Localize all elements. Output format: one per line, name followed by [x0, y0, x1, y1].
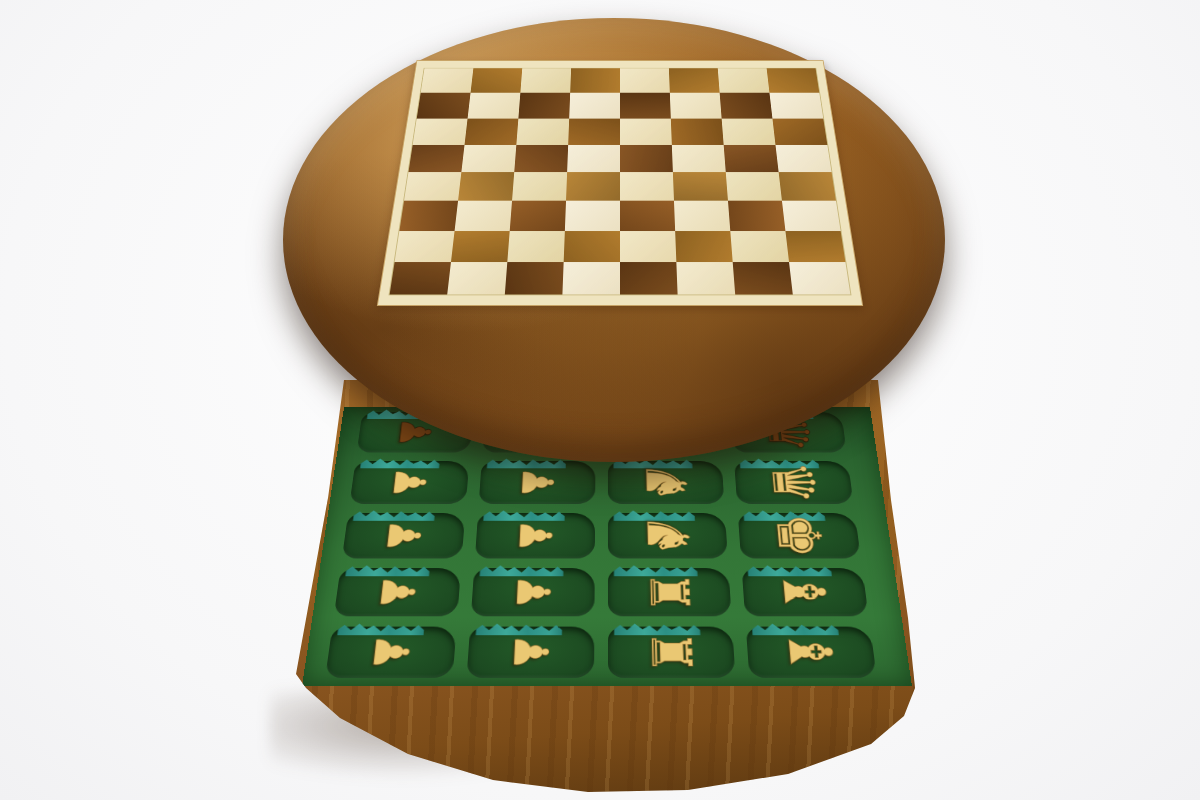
square-a5[interactable] [408, 145, 464, 173]
square-d1[interactable] [562, 262, 620, 295]
square-h5[interactable] [775, 145, 831, 173]
white-bishop-piece[interactable]: ♝ [779, 628, 843, 676]
piece-slot-r5c1: ♟ [325, 627, 456, 678]
piece-slot-r4c3: ♜ [608, 568, 732, 616]
white-bishop-piece[interactable]: ♝ [774, 570, 836, 615]
piece-slot-r3c3: ♞ [608, 513, 728, 558]
square-a6[interactable] [413, 118, 468, 144]
chess-board [390, 68, 851, 294]
square-d8[interactable] [570, 68, 620, 92]
square-c4[interactable] [512, 172, 567, 201]
piece-slot-r4c2: ♟ [471, 568, 595, 616]
square-g1[interactable] [733, 262, 793, 295]
square-b3[interactable] [455, 201, 512, 231]
square-d4[interactable] [566, 172, 620, 201]
square-h1[interactable] [789, 262, 850, 295]
square-e1[interactable] [620, 262, 678, 295]
square-d6[interactable] [568, 118, 620, 144]
white-pawn-piece[interactable]: ♟ [507, 633, 556, 671]
white-pawn-piece[interactable]: ♟ [515, 467, 559, 499]
square-f4[interactable] [673, 172, 728, 201]
white-pawn-piece[interactable]: ♟ [513, 519, 559, 553]
square-e2[interactable] [620, 231, 676, 262]
white-pawn-piece[interactable]: ♟ [366, 633, 417, 671]
square-f8[interactable] [669, 68, 720, 92]
square-h8[interactable] [767, 68, 820, 92]
square-g3[interactable] [728, 201, 785, 231]
square-b8[interactable] [471, 68, 523, 92]
square-d3[interactable] [565, 201, 620, 231]
square-c2[interactable] [507, 231, 565, 262]
square-d2[interactable] [564, 231, 620, 262]
square-h7[interactable] [769, 93, 823, 118]
white-knight-piece[interactable]: ♞ [638, 514, 697, 558]
white-queen-piece[interactable]: ♛ [763, 461, 825, 503]
piece-slot-r4c4: ♝ [742, 568, 869, 616]
square-b1[interactable] [447, 262, 507, 295]
square-h4[interactable] [779, 172, 836, 201]
square-a7[interactable] [417, 93, 471, 118]
round-chessboard-lid [283, 18, 945, 462]
square-h2[interactable] [785, 231, 845, 262]
square-f7[interactable] [670, 93, 722, 118]
square-e6[interactable] [620, 118, 672, 144]
square-f5[interactable] [672, 145, 726, 173]
square-g4[interactable] [726, 172, 782, 201]
piece-slot-r5c2: ♟ [467, 627, 595, 678]
white-rook-piece[interactable]: ♜ [642, 571, 697, 613]
square-b2[interactable] [451, 231, 510, 262]
square-g2[interactable] [730, 231, 789, 262]
square-a2[interactable] [395, 231, 455, 262]
square-c3[interactable] [510, 201, 566, 231]
square-b4[interactable] [458, 172, 514, 201]
piece-slot-r4c1: ♟ [334, 568, 461, 616]
square-g6[interactable] [722, 118, 776, 144]
square-f1[interactable] [676, 262, 735, 295]
square-f6[interactable] [671, 118, 724, 144]
square-h3[interactable] [782, 201, 841, 231]
square-e4[interactable] [620, 172, 674, 201]
white-pawn-piece[interactable]: ♟ [387, 467, 434, 499]
square-d7[interactable] [569, 93, 620, 118]
square-e8[interactable] [620, 68, 670, 92]
square-c6[interactable] [516, 118, 569, 144]
piece-slot-r2c1: ♟ [349, 461, 469, 504]
square-g5[interactable] [724, 145, 779, 173]
square-c8[interactable] [520, 68, 571, 92]
square-f3[interactable] [674, 201, 730, 231]
square-e7[interactable] [620, 93, 671, 118]
square-c5[interactable] [514, 145, 568, 173]
piece-slot-r5c4: ♝ [746, 627, 877, 678]
piece-slot-r3c1: ♟ [342, 513, 465, 558]
chessboard-inlay [378, 61, 862, 305]
square-g8[interactable] [718, 68, 770, 92]
chess-set-photo: ♟♟♞♛♟♟♞♛♟♟♞♚♟♟♜♝♟♟♜♝ [0, 0, 1200, 800]
white-pawn-piece[interactable]: ♟ [380, 519, 428, 553]
piece-slot-r3c2: ♟ [475, 513, 595, 558]
white-pawn-piece[interactable]: ♟ [373, 574, 423, 610]
square-b7[interactable] [468, 93, 521, 118]
square-a3[interactable] [399, 201, 458, 231]
square-c7[interactable] [518, 93, 570, 118]
square-b6[interactable] [465, 118, 519, 144]
square-e3[interactable] [620, 201, 675, 231]
square-d5[interactable] [567, 145, 620, 173]
square-g7[interactable] [720, 93, 773, 118]
white-king-piece[interactable]: ♚ [767, 513, 831, 558]
white-knight-piece[interactable]: ♞ [637, 462, 694, 503]
square-c1[interactable] [505, 262, 564, 295]
square-a8[interactable] [421, 68, 474, 92]
piece-slot-r2c2: ♟ [479, 461, 596, 504]
square-b5[interactable] [461, 145, 516, 173]
square-a4[interactable] [404, 172, 461, 201]
piece-slot-r2c3: ♞ [608, 461, 724, 504]
square-e5[interactable] [620, 145, 673, 173]
piece-slot-r2c4: ♛ [734, 461, 854, 504]
piece-slot-r3c4: ♚ [738, 513, 861, 558]
square-a1[interactable] [390, 262, 451, 295]
white-rook-piece[interactable]: ♜ [643, 630, 699, 674]
white-pawn-piece[interactable]: ♟ [510, 574, 557, 610]
square-h6[interactable] [772, 118, 827, 144]
square-f2[interactable] [675, 231, 733, 262]
piece-slot-r5c3: ♜ [608, 627, 736, 678]
